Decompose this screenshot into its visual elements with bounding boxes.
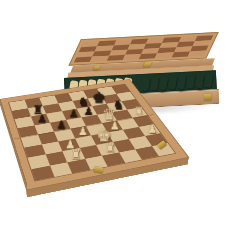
- black-king-f7: ♚: [92, 91, 105, 106]
- board-front-clasp-icon: [94, 166, 104, 173]
- white-rook-h5: ♜: [134, 105, 144, 117]
- brass-hinge-icon: [93, 65, 101, 70]
- piece-anchor: ♟: [70, 126, 91, 138]
- lid-square: [187, 51, 206, 57]
- tray-dark-piece: [167, 74, 177, 89]
- black-pawn-d6: ♟: [68, 108, 78, 119]
- white-rook-e2: ♜: [104, 141, 116, 154]
- tray-dark-piece: [185, 73, 195, 88]
- white-pawn-h3: ♟: [147, 124, 157, 135]
- square-a1: [31, 165, 53, 180]
- black-pawn-e6: ♟: [84, 106, 94, 117]
- tray-dark-piece: [203, 73, 213, 88]
- brass-clasp-icon: [143, 61, 152, 67]
- tray-dark-piece: [194, 73, 204, 88]
- tray-dark-piece: [158, 75, 168, 90]
- white-pawn-d4: ♟: [77, 126, 87, 137]
- tray-dark-pieces: [141, 73, 212, 91]
- square-f1: [119, 149, 142, 163]
- tray-dark-piece: [149, 75, 159, 90]
- brass-latch-icon: [204, 93, 211, 100]
- tray-dark-piece: [176, 74, 186, 89]
- chess-set-photo: ♜♞♚♟♟♟♞♟♛♜♟♟♟♚♟♜♜: [0, 0, 230, 230]
- square-b1: [49, 162, 72, 177]
- square-d4: ♟: [70, 126, 91, 138]
- black-pawn-b6: ♟: [37, 113, 47, 124]
- tray-dark-piece: [140, 76, 150, 91]
- black-pawn-c5: ♟: [57, 120, 67, 131]
- white-rook-c2: ♜: [70, 148, 82, 161]
